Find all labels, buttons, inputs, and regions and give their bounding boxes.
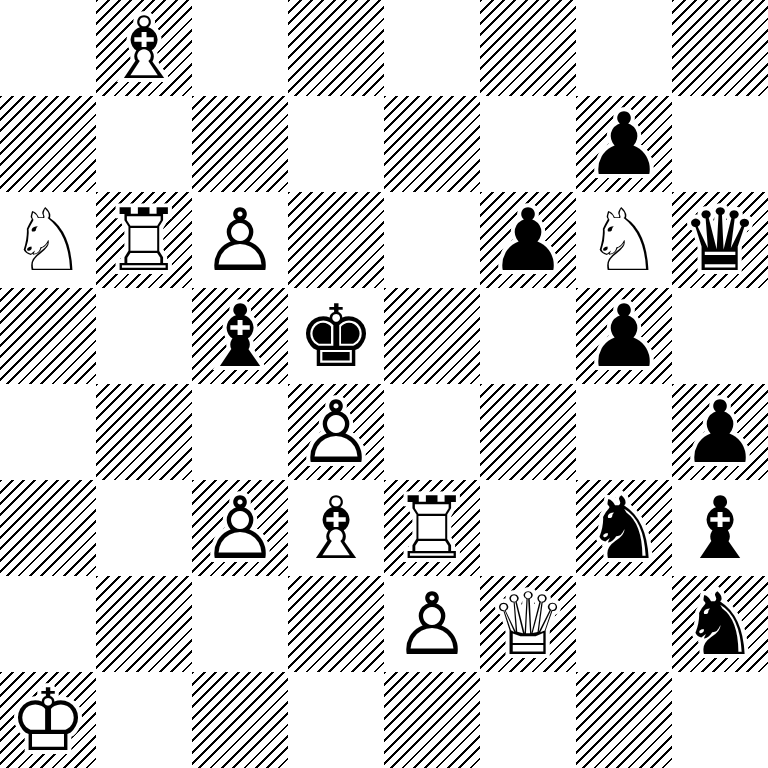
piece-white-king[interactable]: ♚♔ bbox=[0, 672, 96, 768]
square-g1[interactable] bbox=[576, 672, 672, 768]
piece-white-bishop[interactable]: ♝♗ bbox=[288, 480, 384, 576]
square-b6[interactable]: ♜♖ bbox=[96, 192, 192, 288]
piece-white-knight[interactable]: ♞♘ bbox=[576, 192, 672, 288]
square-c6[interactable]: ♟♙ bbox=[192, 192, 288, 288]
white-king-icon: ♔ bbox=[0, 672, 96, 768]
white-knight-icon: ♘ bbox=[0, 192, 96, 288]
square-h5[interactable] bbox=[672, 288, 768, 384]
square-b3[interactable] bbox=[96, 480, 192, 576]
square-d8[interactable] bbox=[288, 0, 384, 96]
piece-black-pawn[interactable]: ♟♟ bbox=[480, 192, 576, 288]
piece-white-pawn[interactable]: ♟♙ bbox=[288, 384, 384, 480]
square-f3[interactable] bbox=[480, 480, 576, 576]
piece-white-pawn[interactable]: ♟♙ bbox=[192, 480, 288, 576]
black-knight-icon: ♞ bbox=[672, 576, 768, 672]
square-c2[interactable] bbox=[192, 576, 288, 672]
square-g4[interactable] bbox=[576, 384, 672, 480]
white-pawn-icon: ♙ bbox=[192, 192, 288, 288]
square-b5[interactable] bbox=[96, 288, 192, 384]
piece-black-pawn[interactable]: ♟♟ bbox=[576, 288, 672, 384]
black-pawn-icon: ♟ bbox=[480, 192, 576, 288]
piece-black-king[interactable]: ♚♚ bbox=[288, 288, 384, 384]
square-h6[interactable]: ♛♛ bbox=[672, 192, 768, 288]
square-c8[interactable] bbox=[192, 0, 288, 96]
piece-black-knight[interactable]: ♞♞ bbox=[672, 576, 768, 672]
square-c3[interactable]: ♟♙ bbox=[192, 480, 288, 576]
square-g6[interactable]: ♞♘ bbox=[576, 192, 672, 288]
white-pawn-icon: ♙ bbox=[288, 384, 384, 480]
square-d2[interactable] bbox=[288, 576, 384, 672]
square-d1[interactable] bbox=[288, 672, 384, 768]
piece-black-queen[interactable]: ♛♛ bbox=[672, 192, 768, 288]
piece-black-knight[interactable]: ♞♞ bbox=[576, 480, 672, 576]
piece-black-bishop[interactable]: ♝♝ bbox=[672, 480, 768, 576]
white-rook-icon: ♖ bbox=[384, 480, 480, 576]
square-e6[interactable] bbox=[384, 192, 480, 288]
square-b4[interactable] bbox=[96, 384, 192, 480]
square-a8[interactable] bbox=[0, 0, 96, 96]
square-c7[interactable] bbox=[192, 96, 288, 192]
square-f2[interactable]: ♛♕ bbox=[480, 576, 576, 672]
square-d5[interactable]: ♚♚ bbox=[288, 288, 384, 384]
square-e7[interactable] bbox=[384, 96, 480, 192]
square-f7[interactable] bbox=[480, 96, 576, 192]
square-d4[interactable]: ♟♙ bbox=[288, 384, 384, 480]
piece-black-bishop[interactable]: ♝♝ bbox=[192, 288, 288, 384]
square-b7[interactable] bbox=[96, 96, 192, 192]
black-pawn-icon: ♟ bbox=[576, 96, 672, 192]
black-bishop-icon: ♝ bbox=[672, 480, 768, 576]
square-d6[interactable] bbox=[288, 192, 384, 288]
square-e3[interactable]: ♜♖ bbox=[384, 480, 480, 576]
piece-white-rook[interactable]: ♜♖ bbox=[96, 192, 192, 288]
piece-black-pawn[interactable]: ♟♟ bbox=[576, 96, 672, 192]
square-h8[interactable] bbox=[672, 0, 768, 96]
black-king-icon: ♚ bbox=[288, 288, 384, 384]
square-h7[interactable] bbox=[672, 96, 768, 192]
square-e2[interactable]: ♟♙ bbox=[384, 576, 480, 672]
square-h4[interactable]: ♟♟ bbox=[672, 384, 768, 480]
square-f4[interactable] bbox=[480, 384, 576, 480]
square-a4[interactable] bbox=[0, 384, 96, 480]
piece-white-pawn[interactable]: ♟♙ bbox=[384, 576, 480, 672]
square-g8[interactable] bbox=[576, 0, 672, 96]
square-b8[interactable]: ♝♗ bbox=[96, 0, 192, 96]
square-c4[interactable] bbox=[192, 384, 288, 480]
white-queen-icon: ♕ bbox=[480, 576, 576, 672]
chess-board-wrapper: ♝♗♟♟♞♘♜♖♟♙♟♟♞♘♛♛♝♝♚♚♟♟♟♙♟♟♟♙♝♗♜♖♞♞♝♝♟♙♛♕… bbox=[0, 0, 768, 768]
black-pawn-icon: ♟ bbox=[672, 384, 768, 480]
square-e8[interactable] bbox=[384, 0, 480, 96]
piece-white-queen[interactable]: ♛♕ bbox=[480, 576, 576, 672]
piece-white-rook[interactable]: ♜♖ bbox=[384, 480, 480, 576]
white-pawn-icon: ♙ bbox=[384, 576, 480, 672]
white-bishop-icon: ♗ bbox=[288, 480, 384, 576]
black-queen-icon: ♛ bbox=[672, 192, 768, 288]
piece-white-knight[interactable]: ♞♘ bbox=[0, 192, 96, 288]
white-bishop-icon: ♗ bbox=[96, 0, 192, 96]
square-a6[interactable]: ♞♘ bbox=[0, 192, 96, 288]
piece-black-pawn[interactable]: ♟♟ bbox=[672, 384, 768, 480]
square-h2[interactable]: ♞♞ bbox=[672, 576, 768, 672]
piece-white-pawn[interactable]: ♟♙ bbox=[192, 192, 288, 288]
square-g3[interactable]: ♞♞ bbox=[576, 480, 672, 576]
black-bishop-icon: ♝ bbox=[192, 288, 288, 384]
square-f8[interactable] bbox=[480, 0, 576, 96]
square-e4[interactable] bbox=[384, 384, 480, 480]
white-pawn-icon: ♙ bbox=[192, 480, 288, 576]
square-h1[interactable] bbox=[672, 672, 768, 768]
square-b1[interactable] bbox=[96, 672, 192, 768]
square-e1[interactable] bbox=[384, 672, 480, 768]
square-a5[interactable] bbox=[0, 288, 96, 384]
square-b2[interactable] bbox=[96, 576, 192, 672]
chess-board: ♝♗♟♟♞♘♜♖♟♙♟♟♞♘♛♛♝♝♚♚♟♟♟♙♟♟♟♙♝♗♜♖♞♞♝♝♟♙♛♕… bbox=[0, 0, 768, 768]
square-d7[interactable] bbox=[288, 96, 384, 192]
square-g7[interactable]: ♟♟ bbox=[576, 96, 672, 192]
square-d3[interactable]: ♝♗ bbox=[288, 480, 384, 576]
square-h3[interactable]: ♝♝ bbox=[672, 480, 768, 576]
white-rook-icon: ♖ bbox=[96, 192, 192, 288]
square-f1[interactable] bbox=[480, 672, 576, 768]
square-f6[interactable]: ♟♟ bbox=[480, 192, 576, 288]
square-g5[interactable]: ♟♟ bbox=[576, 288, 672, 384]
square-a1[interactable]: ♚♔ bbox=[0, 672, 96, 768]
square-g2[interactable] bbox=[576, 576, 672, 672]
black-knight-icon: ♞ bbox=[576, 480, 672, 576]
piece-white-bishop[interactable]: ♝♗ bbox=[96, 0, 192, 96]
white-knight-icon: ♘ bbox=[576, 192, 672, 288]
square-a3[interactable] bbox=[0, 480, 96, 576]
black-pawn-icon: ♟ bbox=[576, 288, 672, 384]
square-e5[interactable] bbox=[384, 288, 480, 384]
square-c1[interactable] bbox=[192, 672, 288, 768]
square-a7[interactable] bbox=[0, 96, 96, 192]
square-c5[interactable]: ♝♝ bbox=[192, 288, 288, 384]
square-f5[interactable] bbox=[480, 288, 576, 384]
square-a2[interactable] bbox=[0, 576, 96, 672]
